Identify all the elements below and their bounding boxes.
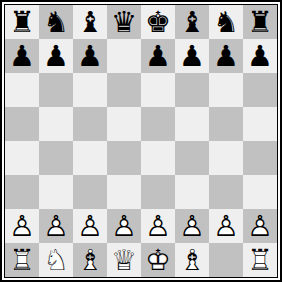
square-e1[interactable]: ♚♔ [141,243,175,277]
white-bishop[interactable]: ♝♗ [175,243,209,277]
white-rook[interactable]: ♜♖ [243,243,277,277]
black-piece-glyph: ♞ [39,5,73,39]
square-g2[interactable]: ♟♙ [209,209,243,243]
black-rook[interactable]: ♜ [243,5,277,39]
white-piece-outline: ♙ [107,209,141,243]
black-piece-glyph: ♟ [39,39,73,73]
black-pawn[interactable]: ♟ [175,39,209,73]
square-h1[interactable]: ♜♖ [243,243,277,277]
black-piece-glyph: ♝ [73,5,107,39]
square-e3[interactable] [141,175,175,209]
white-piece-outline: ♙ [141,209,175,243]
square-g4[interactable] [209,141,243,175]
white-pawn[interactable]: ♟♙ [107,209,141,243]
white-pawn[interactable]: ♟♙ [5,209,39,243]
black-pawn[interactable]: ♟ [243,39,277,73]
white-pawn[interactable]: ♟♙ [73,209,107,243]
white-piece-outline: ♖ [243,243,277,277]
white-piece-outline: ♖ [5,243,39,277]
white-pawn[interactable]: ♟♙ [175,209,209,243]
black-pawn[interactable]: ♟ [73,39,107,73]
white-pawn[interactable]: ♟♙ [209,209,243,243]
white-pawn[interactable]: ♟♙ [141,209,175,243]
square-a7[interactable]: ♟ [5,39,39,73]
black-queen[interactable]: ♛ [107,5,141,39]
white-piece-outline: ♗ [175,243,209,277]
square-b3[interactable] [39,175,73,209]
square-f7[interactable]: ♟ [175,39,209,73]
square-h3[interactable] [243,175,277,209]
black-piece-glyph: ♛ [107,5,141,39]
black-bishop[interactable]: ♝ [175,5,209,39]
square-d2[interactable]: ♟♙ [107,209,141,243]
square-h4[interactable] [243,141,277,175]
square-d6[interactable] [107,73,141,107]
black-piece-glyph: ♟ [243,39,277,73]
white-piece-outline: ♙ [209,209,243,243]
white-piece-outline: ♔ [141,243,175,277]
square-e5[interactable] [141,107,175,141]
square-c2[interactable]: ♟♙ [73,209,107,243]
white-pawn[interactable]: ♟♙ [243,209,277,243]
square-h8[interactable]: ♜ [243,5,277,39]
white-king[interactable]: ♚♔ [141,243,175,277]
white-piece-outline: ♗ [73,243,107,277]
square-e2[interactable]: ♟♙ [141,209,175,243]
square-b1[interactable]: ♞♘ [39,243,73,277]
white-piece-outline: ♕ [107,243,141,277]
black-piece-glyph: ♝ [175,5,209,39]
white-rook[interactable]: ♜♖ [5,243,39,277]
square-c5[interactable] [73,107,107,141]
black-knight[interactable]: ♞ [209,5,243,39]
white-piece-outline: ♙ [39,209,73,243]
chess-board: ♜♞♝♛♚♝♞♜♟♟♟♟♟♟♟♟♙♟♙♟♙♟♙♟♙♟♙♟♙♟♙♜♖♞♘♝♗♛♕♚… [5,5,277,277]
square-e8[interactable]: ♚ [141,5,175,39]
black-piece-glyph: ♟ [175,39,209,73]
square-f4[interactable] [175,141,209,175]
square-b7[interactable]: ♟ [39,39,73,73]
square-a6[interactable] [5,73,39,107]
square-c1[interactable]: ♝♗ [73,243,107,277]
square-a5[interactable] [5,107,39,141]
black-pawn[interactable]: ♟ [141,39,175,73]
square-f3[interactable] [175,175,209,209]
square-d8[interactable]: ♛ [107,5,141,39]
white-pawn[interactable]: ♟♙ [39,209,73,243]
square-f5[interactable] [175,107,209,141]
square-f2[interactable]: ♟♙ [175,209,209,243]
square-e7[interactable]: ♟ [141,39,175,73]
board-inner-edge: ♜♞♝♛♚♝♞♜♟♟♟♟♟♟♟♟♙♟♙♟♙♟♙♟♙♟♙♟♙♟♙♜♖♞♘♝♗♛♕♚… [4,4,278,278]
square-b2[interactable]: ♟♙ [39,209,73,243]
black-knight[interactable]: ♞ [39,5,73,39]
square-d3[interactable] [107,175,141,209]
square-h6[interactable] [243,73,277,107]
square-a1[interactable]: ♜♖ [5,243,39,277]
black-bishop[interactable]: ♝ [73,5,107,39]
square-g3[interactable] [209,175,243,209]
square-e6[interactable] [141,73,175,107]
square-g6[interactable] [209,73,243,107]
square-b8[interactable]: ♞ [39,5,73,39]
square-c8[interactable]: ♝ [73,5,107,39]
white-piece-outline: ♙ [5,209,39,243]
square-g5[interactable] [209,107,243,141]
black-piece-glyph: ♟ [5,39,39,73]
black-piece-glyph: ♜ [5,5,39,39]
square-g1[interactable] [209,243,243,277]
white-bishop[interactable]: ♝♗ [73,243,107,277]
black-pawn[interactable]: ♟ [39,39,73,73]
square-d7[interactable] [107,39,141,73]
square-a3[interactable] [5,175,39,209]
square-f6[interactable] [175,73,209,107]
square-g7[interactable]: ♟ [209,39,243,73]
square-b6[interactable] [39,73,73,107]
square-f8[interactable]: ♝ [175,5,209,39]
square-c6[interactable] [73,73,107,107]
square-c3[interactable] [73,175,107,209]
square-h7[interactable]: ♟ [243,39,277,73]
white-knight[interactable]: ♞♘ [39,243,73,277]
square-a4[interactable] [5,141,39,175]
white-queen[interactable]: ♛♕ [107,243,141,277]
black-piece-glyph: ♚ [141,5,175,39]
square-h5[interactable] [243,107,277,141]
square-c7[interactable]: ♟ [73,39,107,73]
black-pawn[interactable]: ♟ [5,39,39,73]
square-b5[interactable] [39,107,73,141]
black-piece-glyph: ♟ [141,39,175,73]
white-piece-outline: ♙ [243,209,277,243]
black-pawn[interactable]: ♟ [209,39,243,73]
square-f1[interactable]: ♝♗ [175,243,209,277]
square-c4[interactable] [73,141,107,175]
square-h2[interactable]: ♟♙ [243,209,277,243]
square-d4[interactable] [107,141,141,175]
square-g8[interactable]: ♞ [209,5,243,39]
square-e4[interactable] [141,141,175,175]
square-a8[interactable]: ♜ [5,5,39,39]
black-piece-glyph: ♟ [73,39,107,73]
black-king[interactable]: ♚ [141,5,175,39]
square-d5[interactable] [107,107,141,141]
square-d1[interactable]: ♛♕ [107,243,141,277]
black-piece-glyph: ♟ [209,39,243,73]
square-a2[interactable]: ♟♙ [5,209,39,243]
white-piece-outline: ♙ [175,209,209,243]
square-b4[interactable] [39,141,73,175]
white-piece-outline: ♙ [73,209,107,243]
white-piece-outline: ♘ [39,243,73,277]
black-rook[interactable]: ♜ [5,5,39,39]
black-piece-glyph: ♞ [209,5,243,39]
board-frame: ♜♞♝♛♚♝♞♜♟♟♟♟♟♟♟♟♙♟♙♟♙♟♙♟♙♟♙♟♙♟♙♜♖♞♘♝♗♛♕♚… [0,0,282,282]
black-piece-glyph: ♜ [243,5,277,39]
